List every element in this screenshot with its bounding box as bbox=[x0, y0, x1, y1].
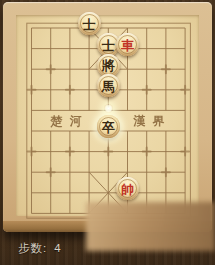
piece-black[interactable]: 將 bbox=[97, 54, 120, 77]
game-screen: 楚河 漢界 士士車將馬卒帥 步数:4 bbox=[0, 0, 215, 265]
piece-black[interactable]: 馬 bbox=[97, 74, 120, 97]
step-counter: 步数:4 bbox=[18, 241, 62, 256]
piece-glyph: 帥 bbox=[121, 183, 134, 196]
step-counter-label: 步数: bbox=[18, 242, 47, 254]
board-grid: 士士車將馬卒帥 bbox=[22, 18, 195, 224]
piece-glyph: 馬 bbox=[102, 80, 115, 93]
piece-glyph: 士 bbox=[83, 18, 96, 31]
piece-glyph: 卒 bbox=[102, 121, 115, 134]
piece-glyph: 車 bbox=[121, 39, 134, 52]
step-counter-value: 4 bbox=[54, 242, 61, 254]
piece-black[interactable]: 卒 bbox=[97, 115, 120, 138]
piece-glyph: 士 bbox=[102, 39, 115, 52]
piece-black[interactable]: 士 bbox=[78, 12, 101, 35]
piece-red[interactable]: 帥 bbox=[116, 177, 139, 200]
blurred-watermark bbox=[86, 202, 215, 251]
last-move-glow bbox=[104, 104, 113, 113]
piece-glyph: 將 bbox=[102, 59, 115, 72]
piece-red[interactable]: 車 bbox=[116, 33, 139, 56]
